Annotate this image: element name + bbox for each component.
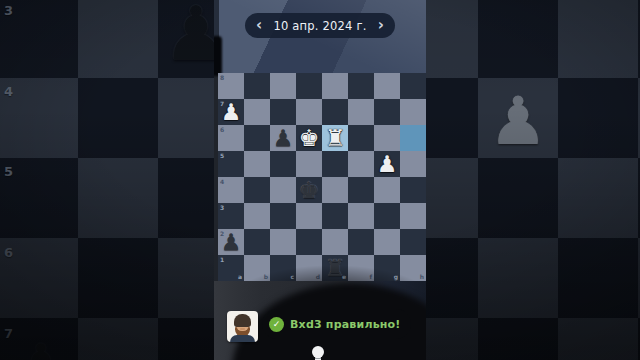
background-rank-label: 7 — [4, 326, 13, 341]
rank-coordinate-3: 3 — [220, 205, 224, 211]
app-footer-background: ✓ Bxd3 правильно! — [214, 281, 426, 360]
square-h5[interactable] — [400, 151, 426, 177]
square-d1[interactable]: d — [296, 255, 322, 281]
file-coordinate-b: b — [264, 274, 268, 280]
square-h2[interactable] — [400, 229, 426, 255]
square-e6[interactable]: ♜ — [322, 125, 348, 151]
square-b8[interactable] — [244, 73, 270, 99]
square-a5[interactable]: 5 — [218, 151, 244, 177]
file-coordinate-a: a — [238, 274, 242, 280]
square-g4[interactable] — [374, 177, 400, 203]
square-a7[interactable]: 7♟ — [218, 99, 244, 125]
square-a1[interactable]: 1a — [218, 255, 244, 281]
square-c8[interactable] — [270, 73, 296, 99]
square-g7[interactable] — [374, 99, 400, 125]
square-d5[interactable] — [296, 151, 322, 177]
square-c5[interactable] — [270, 151, 296, 177]
date-navigation: ‹ 10 апр. 2024 г. › — [245, 13, 395, 38]
square-h4[interactable] — [400, 177, 426, 203]
square-f6[interactable] — [348, 125, 374, 151]
piece-white-rook[interactable]: ♜ — [322, 125, 348, 151]
square-d2[interactable] — [296, 229, 322, 255]
piece-black-rook[interactable]: ♜ — [322, 255, 348, 281]
square-f2[interactable] — [348, 229, 374, 255]
square-e8[interactable] — [322, 73, 348, 99]
square-g8[interactable] — [374, 73, 400, 99]
square-g3[interactable] — [374, 203, 400, 229]
piece-black-king[interactable]: ♚ — [296, 177, 322, 203]
previous-day-button[interactable]: ‹ — [254, 13, 264, 38]
square-e5[interactable] — [322, 151, 348, 177]
square-a3[interactable]: 3 — [218, 203, 244, 229]
square-b3[interactable] — [244, 203, 270, 229]
square-c2[interactable] — [270, 229, 296, 255]
square-c4[interactable] — [270, 177, 296, 203]
square-g2[interactable] — [374, 229, 400, 255]
square-c7[interactable] — [270, 99, 296, 125]
rank-coordinate-1: 1 — [220, 257, 224, 263]
square-c6[interactable]: ♟ — [270, 125, 296, 151]
avatar-shirt — [230, 335, 255, 342]
screenshot-stage: 3 4 5 6 7 ♟ ♟ ♟ ‹ 10 апр. 2024 г. › 87♟6… — [0, 0, 640, 360]
background-rank-label: 5 — [4, 164, 13, 179]
hint-lightbulb-icon[interactable] — [310, 346, 326, 360]
rank-coordinate-6: 6 — [220, 127, 224, 133]
file-coordinate-g: g — [394, 274, 398, 280]
square-f4[interactable] — [348, 177, 374, 203]
square-h3[interactable] — [400, 203, 426, 229]
square-e1[interactable]: e♜ — [322, 255, 348, 281]
square-a2[interactable]: 2♟ — [218, 229, 244, 255]
piece-white-king[interactable]: ♚ — [296, 125, 322, 151]
square-h7[interactable] — [400, 99, 426, 125]
avatar[interactable] — [227, 311, 258, 342]
square-a6[interactable]: 6 — [218, 125, 244, 151]
square-b4[interactable] — [244, 177, 270, 203]
move-feedback: ✓ Bxd3 правильно! — [262, 309, 411, 339]
square-d8[interactable] — [296, 73, 322, 99]
square-g6[interactable] — [374, 125, 400, 151]
piece-black-pawn[interactable]: ♟ — [270, 125, 296, 151]
square-f1[interactable]: f — [348, 255, 374, 281]
background-rank-label: 4 — [4, 84, 13, 99]
square-d7[interactable] — [296, 99, 322, 125]
square-g5[interactable]: ♟ — [374, 151, 400, 177]
background-rank-label: 6 — [4, 245, 13, 260]
background-rank-label: 3 — [4, 3, 13, 18]
square-b6[interactable] — [244, 125, 270, 151]
square-f7[interactable] — [348, 99, 374, 125]
square-a8[interactable]: 8 — [218, 73, 244, 99]
square-d3[interactable] — [296, 203, 322, 229]
rank-coordinate-8: 8 — [220, 75, 224, 81]
rank-coordinate-4: 4 — [220, 179, 224, 185]
square-h1[interactable]: h — [400, 255, 426, 281]
square-b5[interactable] — [244, 151, 270, 177]
file-coordinate-c: c — [290, 274, 294, 280]
file-coordinate-d: d — [316, 274, 320, 280]
square-e3[interactable] — [322, 203, 348, 229]
square-a4[interactable]: 4 — [218, 177, 244, 203]
rank-coordinate-5: 5 — [220, 153, 224, 159]
avatar-mouth — [240, 328, 245, 330]
piece-white-pawn[interactable]: ♟ — [218, 99, 244, 125]
square-b1[interactable]: b — [244, 255, 270, 281]
puzzle-date-label: 10 апр. 2024 г. — [273, 19, 366, 33]
square-e2[interactable] — [322, 229, 348, 255]
square-e4[interactable] — [322, 177, 348, 203]
square-b2[interactable] — [244, 229, 270, 255]
correct-check-icon: ✓ — [269, 317, 284, 332]
header-dark-blob — [214, 36, 222, 76]
piece-black-pawn[interactable]: ♟ — [218, 229, 244, 255]
square-f3[interactable] — [348, 203, 374, 229]
square-h8[interactable] — [400, 73, 426, 99]
square-f8[interactable] — [348, 73, 374, 99]
square-b7[interactable] — [244, 99, 270, 125]
square-f5[interactable] — [348, 151, 374, 177]
file-coordinate-f: f — [369, 274, 372, 280]
square-c1[interactable]: c — [270, 255, 296, 281]
piece-white-pawn[interactable]: ♟ — [374, 151, 400, 177]
app-panel: ‹ 10 апр. 2024 г. › 87♟6♟♚♜5♟4♚32♟1abcde… — [214, 0, 426, 360]
chess-board: 87♟6♟♚♜5♟4♚32♟1abcde♜fgh — [218, 73, 426, 281]
next-day-button[interactable]: › — [376, 13, 386, 38]
square-d6[interactable]: ♚ — [296, 125, 322, 151]
square-c3[interactable] — [270, 203, 296, 229]
move-feedback-text: Bxd3 правильно! — [290, 318, 401, 331]
square-e7[interactable] — [322, 99, 348, 125]
square-d4[interactable]: ♚ — [296, 177, 322, 203]
square-g1[interactable]: g — [374, 255, 400, 281]
file-coordinate-h: h — [420, 274, 424, 280]
square-h6[interactable] — [400, 125, 426, 151]
avatar-hair — [234, 314, 251, 327]
